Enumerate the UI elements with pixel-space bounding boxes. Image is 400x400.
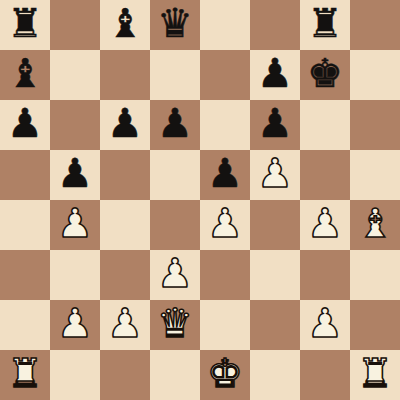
square-b3[interactable] — [50, 250, 100, 300]
square-d7[interactable] — [150, 50, 200, 100]
square-h1[interactable]: ♜ — [350, 350, 400, 400]
white-rook[interactable]: ♜ — [7, 350, 43, 398]
square-f7[interactable]: ♟ — [250, 50, 300, 100]
square-a7[interactable]: ♝ — [0, 50, 50, 100]
square-f4[interactable] — [250, 200, 300, 250]
square-h3[interactable] — [350, 250, 400, 300]
square-b8[interactable] — [50, 0, 100, 50]
black-bishop[interactable]: ♝ — [107, 0, 143, 48]
square-e5[interactable]: ♟ — [200, 150, 250, 200]
square-a6[interactable]: ♟ — [0, 100, 50, 150]
white-pawn[interactable]: ♟ — [57, 200, 93, 248]
black-king[interactable]: ♚ — [307, 50, 343, 98]
square-a3[interactable] — [0, 250, 50, 300]
square-a5[interactable] — [0, 150, 50, 200]
white-pawn[interactable]: ♟ — [207, 200, 243, 248]
square-d2[interactable]: ♛ — [150, 300, 200, 350]
square-e6[interactable] — [200, 100, 250, 150]
black-pawn[interactable]: ♟ — [7, 100, 43, 148]
black-bishop[interactable]: ♝ — [7, 50, 43, 98]
square-g6[interactable] — [300, 100, 350, 150]
square-g4[interactable]: ♟ — [300, 200, 350, 250]
white-pawn[interactable]: ♟ — [257, 150, 293, 198]
square-c5[interactable] — [100, 150, 150, 200]
black-pawn[interactable]: ♟ — [157, 100, 193, 148]
black-queen[interactable]: ♛ — [157, 0, 193, 48]
white-pawn[interactable]: ♟ — [107, 300, 143, 348]
square-g1[interactable] — [300, 350, 350, 400]
square-f5[interactable]: ♟ — [250, 150, 300, 200]
square-e3[interactable] — [200, 250, 250, 300]
square-e8[interactable] — [200, 0, 250, 50]
square-b5[interactable]: ♟ — [50, 150, 100, 200]
white-rook[interactable]: ♜ — [357, 350, 393, 398]
black-pawn[interactable]: ♟ — [257, 100, 293, 148]
square-a8[interactable]: ♜ — [0, 0, 50, 50]
square-c6[interactable]: ♟ — [100, 100, 150, 150]
square-f1[interactable] — [250, 350, 300, 400]
black-rook[interactable]: ♜ — [307, 0, 343, 48]
square-d1[interactable] — [150, 350, 200, 400]
square-d3[interactable]: ♟ — [150, 250, 200, 300]
square-g2[interactable]: ♟ — [300, 300, 350, 350]
square-f3[interactable] — [250, 250, 300, 300]
square-b2[interactable]: ♟ — [50, 300, 100, 350]
square-c2[interactable]: ♟ — [100, 300, 150, 350]
square-b4[interactable]: ♟ — [50, 200, 100, 250]
square-c8[interactable]: ♝ — [100, 0, 150, 50]
square-d4[interactable] — [150, 200, 200, 250]
square-a4[interactable] — [0, 200, 50, 250]
square-e1[interactable]: ♚ — [200, 350, 250, 400]
black-pawn[interactable]: ♟ — [107, 100, 143, 148]
square-b1[interactable] — [50, 350, 100, 400]
white-king[interactable]: ♚ — [207, 350, 243, 398]
square-d6[interactable]: ♟ — [150, 100, 200, 150]
square-f8[interactable] — [250, 0, 300, 50]
white-pawn[interactable]: ♟ — [157, 250, 193, 298]
square-h8[interactable] — [350, 0, 400, 50]
square-h4[interactable]: ♝ — [350, 200, 400, 250]
square-h7[interactable] — [350, 50, 400, 100]
square-g8[interactable]: ♜ — [300, 0, 350, 50]
square-d8[interactable]: ♛ — [150, 0, 200, 50]
square-c1[interactable] — [100, 350, 150, 400]
black-pawn[interactable]: ♟ — [257, 50, 293, 98]
square-f2[interactable] — [250, 300, 300, 350]
chess-board: ♜♝♛♜♝♟♚♟♟♟♟♟♟♟♟♟♟♝♟♟♟♛♟♜♚♜ — [0, 0, 400, 400]
square-e4[interactable]: ♟ — [200, 200, 250, 250]
black-rook[interactable]: ♜ — [7, 0, 43, 48]
square-b7[interactable] — [50, 50, 100, 100]
square-h2[interactable] — [350, 300, 400, 350]
square-b6[interactable] — [50, 100, 100, 150]
square-h5[interactable] — [350, 150, 400, 200]
square-e2[interactable] — [200, 300, 250, 350]
square-c3[interactable] — [100, 250, 150, 300]
white-pawn[interactable]: ♟ — [307, 200, 343, 248]
white-bishop[interactable]: ♝ — [357, 200, 393, 248]
square-g3[interactable] — [300, 250, 350, 300]
square-e7[interactable] — [200, 50, 250, 100]
white-queen[interactable]: ♛ — [157, 300, 193, 348]
square-a1[interactable]: ♜ — [0, 350, 50, 400]
white-pawn[interactable]: ♟ — [307, 300, 343, 348]
square-d5[interactable] — [150, 150, 200, 200]
square-f6[interactable]: ♟ — [250, 100, 300, 150]
square-a2[interactable] — [0, 300, 50, 350]
square-g5[interactable] — [300, 150, 350, 200]
square-g7[interactable]: ♚ — [300, 50, 350, 100]
square-h6[interactable] — [350, 100, 400, 150]
white-pawn[interactable]: ♟ — [57, 300, 93, 348]
black-pawn[interactable]: ♟ — [207, 150, 243, 198]
square-c4[interactable] — [100, 200, 150, 250]
square-c7[interactable] — [100, 50, 150, 100]
black-pawn[interactable]: ♟ — [57, 150, 93, 198]
